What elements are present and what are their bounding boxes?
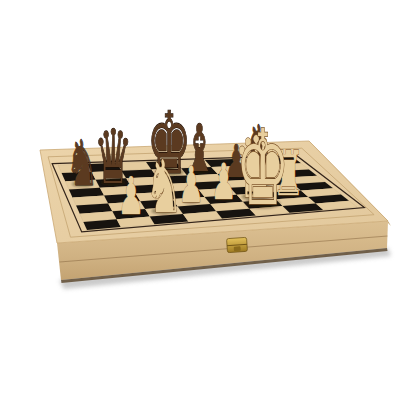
piece-white-pawn-e3[interactable]: ♟	[211, 153, 237, 212]
chess-box-photo: ♞ ♝ ♚ ♟ ♛ ♞ ♜ ♛ ♟ ♟ ♚ ♞ ♟	[0, 0, 400, 400]
clasp	[227, 237, 248, 252]
piece-glyph-knight: ♞	[145, 144, 183, 228]
piece-white-pawn-b2[interactable]: ♟	[117, 166, 144, 226]
piece-glyph-pawn: ♟	[211, 153, 237, 212]
board-svg: ♞ ♝ ♚ ♟ ♛ ♞ ♜ ♛ ♟ ♟ ♚ ♞ ♟	[0, 0, 400, 400]
piece-glyph-king: ♚	[236, 107, 290, 228]
piece-white-king-f2[interactable]: ♚	[236, 107, 290, 228]
piece-glyph-pawn: ♟	[117, 166, 144, 226]
piece-white-knight-c2[interactable]: ♞	[145, 144, 183, 228]
piece-glyph-knight: ♞	[66, 126, 99, 199]
piece-black-knight-a6[interactable]: ♞	[66, 126, 99, 199]
